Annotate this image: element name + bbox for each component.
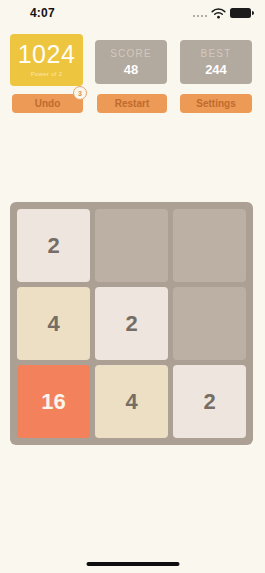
restart-button[interactable]: Restart: [97, 94, 167, 113]
board-cell: [173, 287, 246, 360]
app-screen: 4:07 1024 Power of 2 SCORE 48 BEST 244 U…: [0, 0, 265, 573]
best-label: BEST: [180, 48, 252, 59]
score-label: SCORE: [95, 48, 167, 59]
score-value: 48: [95, 62, 167, 77]
status-time: 4:07: [30, 6, 55, 20]
status-bar: 4:07: [0, 0, 265, 24]
settings-label: Settings: [196, 98, 235, 109]
board-cell: 4: [17, 287, 90, 360]
title-box: 1024 Power of 2: [10, 34, 83, 86]
best-value: 244: [180, 62, 252, 77]
cellular-signal-icon: [193, 8, 207, 18]
app-subtitle: Power of 2: [10, 71, 83, 77]
battery-icon: [230, 8, 251, 18]
app-title: 1024: [10, 42, 83, 67]
undo-button[interactable]: Undo 3: [12, 94, 83, 113]
wifi-icon: [211, 8, 226, 19]
restart-label: Restart: [115, 98, 149, 109]
settings-button[interactable]: Settings: [180, 94, 252, 113]
home-indicator[interactable]: [86, 562, 179, 566]
board-cell: 4: [95, 365, 168, 438]
undo-count-badge: 3: [73, 86, 87, 100]
score-box: SCORE 48: [95, 40, 167, 84]
board-cell: 2: [95, 287, 168, 360]
board-cell: [95, 209, 168, 282]
undo-label: Undo: [35, 98, 61, 109]
board-cell: 2: [173, 365, 246, 438]
board-cell: 2: [17, 209, 90, 282]
best-box: BEST 244: [180, 40, 252, 84]
board-cell: [173, 209, 246, 282]
status-icons: [193, 7, 251, 19]
game-board[interactable]: 2 4 2 16 4 2: [10, 202, 253, 445]
board-cell: 16: [17, 365, 90, 438]
